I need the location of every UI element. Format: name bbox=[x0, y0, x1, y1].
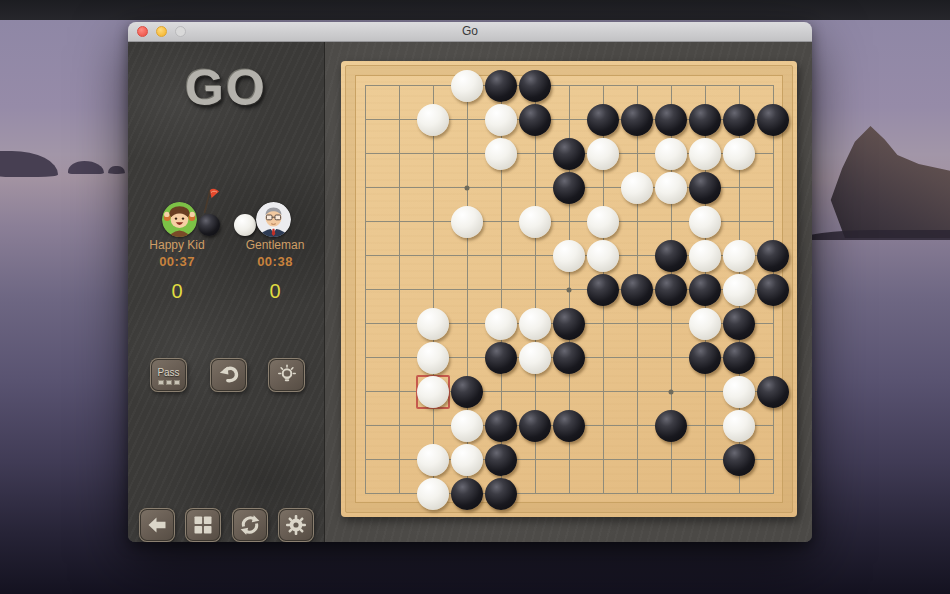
black-stone bbox=[723, 104, 755, 136]
go-board-grid[interactable] bbox=[365, 85, 774, 494]
black-stone bbox=[519, 70, 551, 102]
black-stone bbox=[485, 410, 517, 442]
player-black-score: 0 bbox=[128, 280, 226, 303]
pass-button-label: Pass bbox=[157, 367, 179, 378]
close-button[interactable] bbox=[137, 26, 148, 37]
black-stone bbox=[621, 274, 653, 306]
game-list-button[interactable] bbox=[185, 508, 221, 542]
pass-dots-icon bbox=[158, 380, 180, 385]
white-stone bbox=[689, 138, 721, 170]
black-stone bbox=[689, 172, 721, 204]
white-stone bbox=[689, 206, 721, 238]
white-stone bbox=[485, 104, 517, 136]
black-stone bbox=[723, 308, 755, 340]
cliff-island-shore bbox=[800, 230, 950, 240]
black-stone bbox=[689, 342, 721, 374]
black-stone bbox=[451, 376, 483, 408]
black-stone bbox=[485, 478, 517, 510]
black-stone bbox=[553, 410, 585, 442]
black-stone bbox=[757, 376, 789, 408]
small-island-middle bbox=[68, 161, 104, 174]
black-stone bbox=[587, 274, 619, 306]
white-stone bbox=[723, 376, 755, 408]
white-stone-badge bbox=[234, 214, 256, 236]
white-stone bbox=[519, 342, 551, 374]
undo-button[interactable] bbox=[210, 358, 247, 392]
white-stone bbox=[417, 444, 449, 476]
white-stone bbox=[451, 444, 483, 476]
black-stone bbox=[519, 410, 551, 442]
white-stone bbox=[417, 376, 449, 408]
star-point bbox=[669, 389, 674, 394]
window-titlebar[interactable]: Go bbox=[128, 22, 812, 42]
white-stone bbox=[417, 342, 449, 374]
sidebar: GO bbox=[128, 42, 325, 542]
gear-icon bbox=[284, 513, 308, 537]
white-stone bbox=[689, 240, 721, 272]
black-stone bbox=[553, 342, 585, 374]
player-black-avatar bbox=[162, 202, 197, 237]
black-stone bbox=[485, 444, 517, 476]
white-stone bbox=[485, 138, 517, 170]
black-stone bbox=[655, 410, 687, 442]
window-title: Go bbox=[128, 22, 812, 41]
white-stone bbox=[485, 308, 517, 340]
white-stone bbox=[451, 206, 483, 238]
lightbulb-icon bbox=[275, 363, 299, 387]
white-stone bbox=[417, 478, 449, 510]
white-stone bbox=[723, 240, 755, 272]
black-stone bbox=[689, 274, 721, 306]
black-stone bbox=[655, 240, 687, 272]
black-stone bbox=[723, 342, 755, 374]
go-board bbox=[341, 61, 797, 517]
minimize-button[interactable] bbox=[156, 26, 167, 37]
back-button[interactable] bbox=[139, 508, 175, 542]
white-stone bbox=[587, 206, 619, 238]
black-stone bbox=[553, 172, 585, 204]
white-stone bbox=[723, 274, 755, 306]
white-stone bbox=[655, 138, 687, 170]
white-stone bbox=[587, 240, 619, 272]
player-white-name: Gentleman bbox=[226, 238, 324, 252]
app-logo: GO bbox=[128, 59, 324, 117]
black-stone bbox=[621, 104, 653, 136]
white-stone bbox=[451, 410, 483, 442]
white-stone bbox=[519, 308, 551, 340]
dark-top-band bbox=[0, 0, 950, 20]
player-black-name: Happy Kid bbox=[128, 238, 226, 252]
black-stone bbox=[587, 104, 619, 136]
black-stone bbox=[655, 104, 687, 136]
zoom-button[interactable] bbox=[175, 26, 186, 37]
black-stone bbox=[553, 138, 585, 170]
black-stone bbox=[757, 274, 789, 306]
player-black-clock: 00:37 bbox=[128, 254, 226, 269]
window-content: GO bbox=[128, 42, 812, 542]
white-stone bbox=[723, 410, 755, 442]
white-stone bbox=[689, 308, 721, 340]
back-arrow-icon bbox=[145, 513, 169, 537]
black-stone bbox=[757, 104, 789, 136]
white-stone bbox=[723, 138, 755, 170]
white-stone bbox=[655, 172, 687, 204]
white-stone bbox=[519, 206, 551, 238]
hint-button[interactable] bbox=[268, 358, 305, 392]
black-stone bbox=[723, 444, 755, 476]
go-app-window: Go GO bbox=[128, 22, 812, 542]
black-stone-badge bbox=[198, 214, 220, 236]
board-panel bbox=[325, 42, 812, 542]
star-point bbox=[465, 185, 470, 190]
undo-arrow-icon bbox=[216, 363, 242, 387]
star-point bbox=[567, 287, 572, 292]
cliff-island-right bbox=[808, 126, 950, 238]
refresh-icon bbox=[238, 513, 262, 537]
black-stone bbox=[553, 308, 585, 340]
white-stone bbox=[417, 308, 449, 340]
player-white-clock: 00:38 bbox=[226, 254, 324, 269]
settings-button[interactable] bbox=[278, 508, 314, 542]
player-white-avatar bbox=[256, 202, 291, 237]
pass-button[interactable]: Pass bbox=[150, 358, 187, 392]
small-island-tiny bbox=[108, 166, 125, 174]
desktop-wallpaper: Go GO bbox=[0, 0, 950, 594]
black-stone bbox=[485, 70, 517, 102]
player-white-score: 0 bbox=[226, 280, 324, 303]
white-stone bbox=[417, 104, 449, 136]
black-stone bbox=[519, 104, 551, 136]
black-stone bbox=[689, 104, 721, 136]
small-island-left bbox=[0, 151, 58, 177]
white-stone bbox=[621, 172, 653, 204]
traffic-lights bbox=[137, 26, 186, 37]
black-stone bbox=[485, 342, 517, 374]
turn-flag-icon bbox=[198, 187, 221, 214]
new-game-button[interactable] bbox=[232, 508, 268, 542]
black-stone bbox=[451, 478, 483, 510]
white-stone bbox=[451, 70, 483, 102]
white-stone bbox=[553, 240, 585, 272]
black-stone bbox=[655, 274, 687, 306]
black-stone bbox=[757, 240, 789, 272]
grid-icon bbox=[191, 513, 215, 537]
white-stone bbox=[587, 138, 619, 170]
